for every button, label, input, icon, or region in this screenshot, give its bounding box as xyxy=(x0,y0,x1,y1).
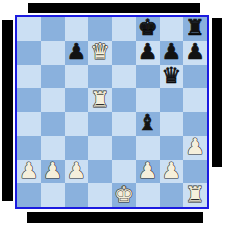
square-b4[interactable] xyxy=(41,112,65,136)
square-e7[interactable] xyxy=(112,41,136,65)
square-g7[interactable]: ♟ xyxy=(160,41,184,65)
piece-black-king[interactable]: ♚ xyxy=(138,16,158,39)
square-e1[interactable]: ♚ xyxy=(112,183,136,207)
square-c8[interactable] xyxy=(65,17,89,41)
piece-white-rook[interactable]: ♜ xyxy=(90,88,110,111)
square-a1[interactable] xyxy=(17,183,41,207)
board-shadow-left xyxy=(2,20,13,201)
piece-white-queen[interactable]: ♛ xyxy=(90,40,110,63)
piece-white-king[interactable]: ♚ xyxy=(114,183,134,206)
square-c5[interactable] xyxy=(65,88,89,112)
square-b5[interactable] xyxy=(41,88,65,112)
square-h7[interactable]: ♟ xyxy=(183,41,207,65)
square-h3[interactable]: ♟ xyxy=(183,136,207,160)
square-d4[interactable] xyxy=(88,112,112,136)
piece-white-pawn[interactable]: ♟ xyxy=(162,159,182,182)
square-f7[interactable]: ♟ xyxy=(136,41,160,65)
square-g4[interactable] xyxy=(160,112,184,136)
square-h1[interactable]: ♜ xyxy=(183,183,207,207)
square-h4[interactable] xyxy=(183,112,207,136)
square-f1[interactable] xyxy=(136,183,160,207)
square-a6[interactable] xyxy=(17,65,41,89)
square-a3[interactable] xyxy=(17,136,41,160)
square-f3[interactable] xyxy=(136,136,160,160)
square-c3[interactable] xyxy=(65,136,89,160)
square-b6[interactable] xyxy=(41,65,65,89)
piece-white-rook[interactable]: ♜ xyxy=(185,183,205,206)
square-d2[interactable] xyxy=(88,160,112,184)
piece-white-pawn[interactable]: ♟ xyxy=(185,135,205,158)
piece-black-pawn[interactable]: ♟ xyxy=(67,40,87,63)
square-e2[interactable] xyxy=(112,160,136,184)
square-e6[interactable] xyxy=(112,65,136,89)
chess-diagram: ♚♜♟♛♟♟♟♛♜♝♟♟♟♟♟♟♚♜ xyxy=(0,0,225,225)
board-shadow-bottom xyxy=(27,212,203,223)
square-d1[interactable] xyxy=(88,183,112,207)
square-c7[interactable]: ♟ xyxy=(65,41,89,65)
square-b1[interactable] xyxy=(41,183,65,207)
square-g8[interactable] xyxy=(160,17,184,41)
piece-white-pawn[interactable]: ♟ xyxy=(43,159,63,182)
square-c6[interactable] xyxy=(65,65,89,89)
square-b2[interactable]: ♟ xyxy=(41,160,65,184)
square-f5[interactable] xyxy=(136,88,160,112)
square-g3[interactable] xyxy=(160,136,184,160)
piece-white-pawn[interactable]: ♟ xyxy=(67,159,87,182)
square-b3[interactable] xyxy=(41,136,65,160)
square-d8[interactable] xyxy=(88,17,112,41)
square-a8[interactable] xyxy=(17,17,41,41)
piece-black-queen[interactable]: ♛ xyxy=(162,64,182,87)
square-g6[interactable]: ♛ xyxy=(160,65,184,89)
square-f4[interactable]: ♝ xyxy=(136,112,160,136)
square-h2[interactable] xyxy=(183,160,207,184)
square-b8[interactable] xyxy=(41,17,65,41)
piece-white-pawn[interactable]: ♟ xyxy=(19,159,39,182)
board-shadow-right xyxy=(212,18,222,167)
piece-black-rook[interactable]: ♜ xyxy=(185,16,205,39)
square-e8[interactable] xyxy=(112,17,136,41)
board-shadow-top xyxy=(28,3,200,13)
square-c1[interactable] xyxy=(65,183,89,207)
square-h8[interactable]: ♜ xyxy=(183,17,207,41)
square-d3[interactable] xyxy=(88,136,112,160)
piece-black-pawn[interactable]: ♟ xyxy=(138,40,158,63)
square-g2[interactable]: ♟ xyxy=(160,160,184,184)
square-d5[interactable]: ♜ xyxy=(88,88,112,112)
square-c4[interactable] xyxy=(65,112,89,136)
square-d6[interactable] xyxy=(88,65,112,89)
square-f6[interactable] xyxy=(136,65,160,89)
square-a5[interactable] xyxy=(17,88,41,112)
square-a4[interactable] xyxy=(17,112,41,136)
square-h5[interactable] xyxy=(183,88,207,112)
piece-white-pawn[interactable]: ♟ xyxy=(138,159,158,182)
square-h6[interactable] xyxy=(183,65,207,89)
square-b7[interactable] xyxy=(41,41,65,65)
square-g5[interactable] xyxy=(160,88,184,112)
piece-black-pawn[interactable]: ♟ xyxy=(162,40,182,63)
piece-black-pawn[interactable]: ♟ xyxy=(185,40,205,63)
square-e5[interactable] xyxy=(112,88,136,112)
square-e4[interactable] xyxy=(112,112,136,136)
square-g1[interactable] xyxy=(160,183,184,207)
square-c2[interactable]: ♟ xyxy=(65,160,89,184)
square-f2[interactable]: ♟ xyxy=(136,160,160,184)
square-f8[interactable]: ♚ xyxy=(136,17,160,41)
piece-black-bishop[interactable]: ♝ xyxy=(138,111,158,134)
square-d7[interactable]: ♛ xyxy=(88,41,112,65)
square-e3[interactable] xyxy=(112,136,136,160)
chess-board[interactable]: ♚♜♟♛♟♟♟♛♜♝♟♟♟♟♟♟♚♜ xyxy=(15,15,209,209)
square-a7[interactable] xyxy=(17,41,41,65)
square-a2[interactable]: ♟ xyxy=(17,160,41,184)
